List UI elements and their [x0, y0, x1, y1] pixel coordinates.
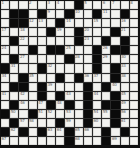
grid-cell[interactable] [121, 83, 129, 91]
clue-number: 55 [103, 110, 108, 114]
grid-cell[interactable] [29, 83, 37, 91]
grid-cell[interactable]: 9 [47, 10, 55, 18]
grid-cell[interactable]: 67 [1, 137, 9, 145]
grid-cell[interactable] [93, 128, 101, 136]
grid-cell[interactable]: 3 [47, 1, 55, 9]
black-cell [102, 37, 110, 45]
grid-cell[interactable]: 27 [19, 55, 27, 63]
grid-cell[interactable] [1, 37, 9, 45]
black-cell [111, 110, 119, 118]
grid-cell[interactable] [47, 119, 55, 127]
grid-cell[interactable] [1, 101, 9, 109]
grid-cell[interactable]: 38 [121, 74, 129, 82]
grid-cell[interactable] [111, 19, 119, 27]
clue-number: 65 [75, 128, 80, 132]
grid-cell[interactable] [75, 92, 83, 100]
grid-cell[interactable] [10, 74, 18, 82]
grid-cell[interactable] [65, 64, 73, 72]
clue-number: 2 [29, 1, 31, 5]
grid-cell[interactable]: 31 [10, 64, 18, 72]
clue-number: 34 [2, 74, 7, 78]
black-cell [75, 37, 83, 45]
grid-cell[interactable]: 64 [56, 128, 64, 136]
clue-number: 28 [75, 55, 80, 59]
grid-cell[interactable] [56, 37, 64, 45]
grid-cell[interactable] [1, 19, 9, 27]
grid-cell[interactable] [29, 37, 37, 45]
black-cell [121, 10, 129, 18]
grid-cell[interactable] [75, 83, 83, 91]
clue-number: 24 [2, 46, 7, 50]
grid-cell[interactable] [84, 46, 92, 54]
black-cell [121, 46, 129, 54]
grid-cell[interactable] [102, 92, 110, 100]
clue-number: 12 [29, 19, 34, 23]
clue-number: 22 [20, 37, 25, 41]
grid-cell[interactable] [130, 64, 138, 72]
grid-cell[interactable]: 52 [47, 110, 55, 118]
clue-number: 50 [11, 110, 16, 114]
grid-cell[interactable]: 60 [93, 119, 101, 127]
grid-cell[interactable] [130, 110, 138, 118]
grid-cell[interactable]: 32 [47, 64, 55, 72]
clue-number: 4 [57, 1, 59, 5]
clue-number: 9 [47, 10, 49, 14]
clue-number: 44 [93, 92, 98, 96]
clue-number: 19 [57, 28, 62, 32]
grid-cell[interactable] [111, 37, 119, 45]
clue-number: 8 [130, 1, 132, 5]
grid-cell[interactable]: 44 [93, 92, 101, 100]
clue-number: 45 [121, 92, 126, 96]
grid-cell[interactable]: 13 [38, 19, 46, 27]
grid-cell[interactable] [29, 28, 37, 36]
clue-number: 15 [93, 19, 98, 23]
grid-cell[interactable]: 34 [1, 74, 9, 82]
grid-cell[interactable] [75, 46, 83, 54]
grid-cell[interactable] [56, 55, 64, 63]
grid-cell[interactable]: 24 [1, 46, 9, 54]
clue-number: 41 [2, 92, 7, 96]
clue-number: 63 [47, 128, 52, 132]
grid-cell[interactable]: 61 [121, 119, 129, 127]
grid-cell[interactable] [19, 1, 27, 9]
clue-number: 47 [38, 101, 43, 105]
black-cell [102, 101, 110, 109]
grid-cell[interactable]: 12 [29, 19, 37, 27]
grid-cell[interactable] [56, 110, 64, 118]
grid-cell[interactable] [29, 128, 37, 136]
grid-cell[interactable]: 22 [19, 37, 27, 45]
clue-number: 6 [103, 1, 105, 5]
grid-cell[interactable] [10, 1, 18, 9]
black-cell [75, 1, 83, 9]
clue-number: 32 [47, 64, 52, 68]
clue-number: 42 [20, 92, 25, 96]
black-cell [10, 119, 18, 127]
grid-cell[interactable] [111, 10, 119, 18]
grid-cell[interactable]: 51 [38, 110, 46, 118]
grid-cell[interactable]: 45 [121, 92, 129, 100]
grid-cell[interactable]: 29 [102, 55, 110, 63]
grid-cell[interactable]: 19 [56, 28, 64, 36]
grid-cell[interactable]: 55 [102, 110, 110, 118]
grid-cell[interactable]: 48 [56, 101, 64, 109]
grid-cell[interactable]: 28 [75, 55, 83, 63]
grid-cell[interactable]: 1 [1, 1, 9, 9]
black-cell [84, 92, 92, 100]
grid-cell[interactable] [29, 92, 37, 100]
grid-cell[interactable] [1, 10, 9, 18]
grid-cell[interactable]: 8 [130, 1, 138, 9]
grid-cell[interactable] [10, 137, 18, 145]
grid-cell[interactable] [93, 101, 101, 109]
black-cell [111, 92, 119, 100]
clue-number: 35 [29, 74, 34, 78]
grid-cell[interactable]: 65 [75, 128, 83, 136]
grid-cell[interactable] [29, 137, 37, 145]
grid-cell[interactable] [65, 37, 73, 45]
grid-cell[interactable] [93, 28, 101, 36]
clue-number: 33 [121, 64, 126, 68]
black-cell [10, 19, 18, 27]
black-cell [84, 119, 92, 127]
grid-cell[interactable]: 47 [38, 101, 46, 109]
clue-number: 3 [47, 1, 49, 5]
grid-cell[interactable]: 58 [29, 119, 37, 127]
grid-cell[interactable] [1, 83, 9, 91]
grid-cell[interactable]: 7 [111, 1, 119, 9]
grid-cell[interactable] [75, 119, 83, 127]
black-cell [38, 92, 46, 100]
grid-cell[interactable]: 54 [93, 110, 101, 118]
black-cell [47, 28, 55, 36]
grid-cell[interactable]: 68 [75, 137, 83, 145]
grid-cell[interactable] [38, 74, 46, 82]
grid-cell[interactable] [75, 101, 83, 109]
black-cell [19, 83, 27, 91]
grid-cell[interactable] [19, 110, 27, 118]
black-cell [29, 110, 37, 118]
grid-cell[interactable] [84, 19, 92, 27]
grid-cell[interactable]: 37 [93, 74, 101, 82]
grid-cell[interactable] [93, 37, 101, 45]
grid-cell[interactable] [111, 55, 119, 63]
clue-number: 31 [11, 64, 16, 68]
grid-cell[interactable] [130, 55, 138, 63]
grid-cell[interactable] [111, 128, 119, 136]
grid-cell[interactable]: 6 [102, 1, 110, 9]
black-cell [56, 119, 64, 127]
grid-cell[interactable] [130, 37, 138, 45]
grid-cell[interactable]: 39 [47, 83, 55, 91]
black-cell [93, 10, 101, 18]
black-cell [121, 128, 129, 136]
black-cell [10, 55, 18, 63]
black-cell [38, 128, 46, 136]
grid-cell[interactable]: 35 [29, 74, 37, 82]
grid-cell[interactable] [130, 128, 138, 136]
grid-cell[interactable] [29, 101, 37, 109]
black-cell [10, 101, 18, 109]
black-cell [38, 64, 46, 72]
grid-cell[interactable] [102, 19, 110, 27]
clue-number: 38 [121, 74, 126, 78]
grid-cell[interactable] [84, 64, 92, 72]
black-cell [1, 110, 9, 118]
grid-cell[interactable] [47, 37, 55, 45]
clue-number: 60 [93, 119, 98, 123]
clue-number: 11 [103, 10, 108, 14]
grid-cell[interactable] [1, 119, 9, 127]
clue-number: 53 [66, 110, 71, 114]
grid-cell[interactable]: 20 [84, 28, 92, 36]
grid-cell[interactable] [130, 74, 138, 82]
black-cell [102, 83, 110, 91]
grid-cell[interactable]: 25 [65, 46, 73, 54]
grid-cell[interactable] [47, 137, 55, 145]
grid-cell[interactable] [130, 101, 138, 109]
grid-cell[interactable]: 30 [121, 55, 129, 63]
black-cell [111, 119, 119, 127]
clue-number: 58 [29, 119, 34, 123]
black-cell [93, 64, 101, 72]
black-cell [10, 37, 18, 45]
grid-cell[interactable] [130, 92, 138, 100]
clue-number: 49 [121, 101, 126, 105]
clue-number: 14 [66, 19, 71, 23]
grid-cell[interactable] [56, 137, 64, 145]
grid-cell[interactable] [1, 55, 9, 63]
grid-cell[interactable] [121, 137, 129, 145]
clue-number: 27 [20, 55, 25, 59]
grid-cell[interactable] [65, 28, 73, 36]
grid-cell[interactable]: 10 [75, 10, 83, 18]
black-cell [56, 92, 64, 100]
black-cell [121, 37, 129, 45]
grid-cell[interactable] [10, 92, 18, 100]
black-cell [47, 101, 55, 109]
grid-cell[interactable]: 62 [10, 128, 18, 136]
grid-cell[interactable]: 46 [19, 101, 27, 109]
grid-cell[interactable] [102, 64, 110, 72]
grid-cell[interactable]: 2 [29, 1, 37, 9]
grid-cell[interactable]: 57 [19, 119, 27, 127]
grid-cell[interactable] [75, 64, 83, 72]
grid-cell[interactable] [130, 119, 138, 127]
grid-cell[interactable] [93, 137, 101, 145]
black-cell [111, 64, 119, 72]
crossword-puzzle: 1234567891011121314151617181920212223242… [0, 0, 140, 148]
black-cell [19, 128, 27, 136]
grid-cell[interactable] [56, 83, 64, 91]
black-cell [38, 83, 46, 91]
grid-cell[interactable] [38, 37, 46, 45]
grid-cell[interactable]: 33 [121, 64, 129, 72]
grid-cell[interactable]: 4 [56, 1, 64, 9]
grid-cell[interactable] [75, 19, 83, 27]
grid-cell[interactable]: 41 [1, 92, 9, 100]
grid-cell[interactable] [130, 28, 138, 36]
clue-number: 48 [57, 101, 62, 105]
grid-cell[interactable] [38, 55, 46, 63]
clue-number: 64 [57, 128, 62, 132]
grid-cell[interactable]: 23 [84, 37, 92, 45]
grid-cell[interactable] [47, 19, 55, 27]
black-cell [111, 101, 119, 109]
black-cell [111, 74, 119, 82]
black-cell [84, 110, 92, 118]
clue-number: 21 [121, 28, 126, 32]
grid-cell[interactable]: 50 [10, 110, 18, 118]
grid-cell[interactable] [56, 64, 64, 72]
clue-number: 39 [47, 83, 52, 87]
clue-number: 20 [84, 28, 89, 32]
grid-cell[interactable] [19, 64, 27, 72]
grid-cell[interactable]: 16 [121, 19, 129, 27]
black-cell [75, 74, 83, 82]
black-cell [102, 137, 110, 145]
grid-cell[interactable]: 56 [121, 110, 129, 118]
grid-cell[interactable] [38, 137, 46, 145]
black-cell [65, 128, 73, 136]
grid-cell[interactable] [56, 10, 64, 18]
grid-cell[interactable]: 26 [102, 46, 110, 54]
black-cell [93, 55, 101, 63]
clue-number: 43 [66, 92, 71, 96]
grid-cell[interactable] [75, 110, 83, 118]
grid-cell[interactable] [130, 10, 138, 18]
black-cell [56, 46, 64, 54]
grid-cell[interactable]: 59 [65, 119, 73, 127]
black-cell [10, 10, 18, 18]
black-cell [19, 10, 27, 18]
grid-cell[interactable] [84, 55, 92, 63]
grid-cell[interactable]: 5 [84, 1, 92, 9]
grid-cell[interactable]: 63 [47, 128, 55, 136]
grid-cell[interactable]: 18 [19, 28, 27, 36]
clue-number: 36 [84, 74, 89, 78]
black-cell [75, 28, 83, 36]
grid-cell[interactable] [47, 92, 55, 100]
black-cell [111, 46, 119, 54]
grid-cell[interactable] [93, 83, 101, 91]
grid-cell[interactable] [10, 28, 18, 36]
clue-number: 18 [20, 28, 25, 32]
black-cell [84, 83, 92, 91]
black-cell [93, 46, 101, 54]
grid-cell[interactable]: 40 [111, 83, 119, 91]
grid-cell[interactable]: 17 [1, 28, 9, 36]
clue-number: 16 [121, 19, 126, 23]
clue-number: 57 [20, 119, 25, 123]
black-cell [47, 46, 55, 54]
grid-cell[interactable] [38, 46, 46, 54]
grid-cell[interactable]: 43 [65, 92, 73, 100]
clue-number: 62 [11, 128, 16, 132]
black-cell [65, 137, 73, 145]
grid-cell[interactable]: 36 [84, 74, 92, 82]
grid-cell[interactable] [130, 46, 138, 54]
clue-number: 59 [66, 119, 71, 123]
clue-number: 26 [103, 46, 108, 50]
clue-number: 30 [121, 55, 126, 59]
grid-cell[interactable] [84, 10, 92, 18]
clue-number: 52 [47, 110, 52, 114]
grid-cell[interactable] [38, 28, 46, 36]
grid-cell[interactable] [93, 1, 101, 9]
clue-number: 25 [66, 46, 71, 50]
clue-number: 13 [38, 19, 43, 23]
grid-cell[interactable] [29, 10, 37, 18]
clue-number: 1 [2, 1, 4, 5]
grid-cell[interactable]: 49 [121, 101, 129, 109]
grid-cell[interactable] [102, 119, 110, 127]
black-cell [19, 74, 27, 82]
clue-number: 46 [20, 101, 25, 105]
grid-cell[interactable] [65, 1, 73, 9]
clue-number: 68 [75, 137, 80, 141]
grid-cell[interactable] [121, 1, 129, 9]
clue-number: 61 [121, 119, 126, 123]
grid-cell[interactable] [38, 1, 46, 9]
grid-cell[interactable] [38, 119, 46, 127]
grid-cell[interactable] [130, 137, 138, 145]
grid-cell[interactable] [65, 74, 73, 82]
grid-cell[interactable] [47, 74, 55, 82]
clue-number: 54 [93, 110, 98, 114]
clue-number: 69 [112, 137, 117, 141]
clue-number: 23 [84, 37, 89, 41]
black-cell [65, 55, 73, 63]
grid-cell[interactable] [19, 46, 27, 54]
black-cell [1, 128, 9, 136]
clue-number: 66 [84, 128, 89, 132]
grid-cell[interactable] [130, 19, 138, 27]
grid-cell[interactable] [102, 74, 110, 82]
grid-cell[interactable] [29, 64, 37, 72]
black-cell [56, 19, 64, 27]
grid-cell[interactable]: 14 [65, 19, 73, 27]
grid-cell[interactable]: 69 [111, 137, 119, 145]
grid-cell[interactable] [65, 83, 73, 91]
clue-number: 5 [84, 1, 86, 5]
clue-number: 29 [103, 55, 108, 59]
grid-cell[interactable] [102, 28, 110, 36]
grid-cell[interactable] [10, 46, 18, 54]
grid-cell[interactable]: 53 [65, 110, 73, 118]
grid-cell[interactable]: 15 [93, 19, 101, 27]
grid-cell[interactable]: 21 [121, 28, 129, 36]
grid-cell[interactable]: 11 [102, 10, 110, 18]
clue-number: 10 [75, 10, 80, 14]
grid-cell[interactable] [130, 83, 138, 91]
grid-cell[interactable] [19, 137, 27, 145]
black-cell [29, 46, 37, 54]
grid-cell[interactable]: 42 [19, 92, 27, 100]
black-cell [10, 83, 18, 91]
grid-cell[interactable]: 66 [84, 128, 92, 136]
clue-number: 40 [112, 83, 117, 87]
black-cell [65, 10, 73, 18]
clue-number: 56 [121, 110, 126, 114]
clue-number: 51 [38, 110, 43, 114]
crossword-grid: 1234567891011121314151617181920212223242… [0, 0, 140, 148]
grid-cell[interactable] [47, 55, 55, 63]
black-cell [65, 101, 73, 109]
grid-cell[interactable] [29, 55, 37, 63]
grid-cell[interactable] [84, 137, 92, 145]
